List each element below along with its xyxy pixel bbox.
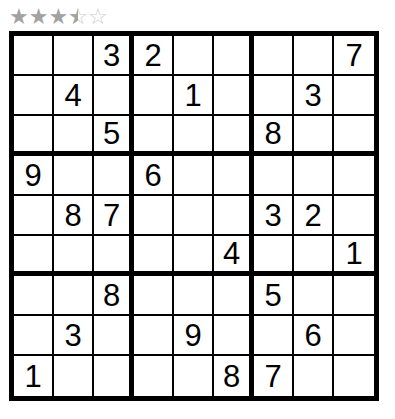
cell-r7c8[interactable] bbox=[294, 276, 334, 316]
cell-r5c4[interactable] bbox=[134, 196, 174, 236]
cell-r4c2[interactable] bbox=[54, 156, 94, 196]
cell-r4c4[interactable]: 6 bbox=[134, 156, 174, 196]
cell-r2c3[interactable] bbox=[94, 76, 134, 116]
cell-r3c5[interactable] bbox=[174, 116, 214, 156]
cell-r4c8[interactable] bbox=[294, 156, 334, 196]
cell-r3c3[interactable]: 5 bbox=[94, 116, 134, 156]
cell-r9c9[interactable] bbox=[334, 356, 374, 396]
star-full-icon: ★ bbox=[29, 5, 49, 28]
cell-r5c2[interactable]: 8 bbox=[54, 196, 94, 236]
cell-r9c4[interactable] bbox=[134, 356, 174, 396]
cell-r6c2[interactable] bbox=[54, 236, 94, 276]
cell-r2c8[interactable]: 3 bbox=[294, 76, 334, 116]
cell-r5c6[interactable] bbox=[214, 196, 254, 236]
cell-r1c8[interactable] bbox=[294, 36, 334, 76]
cell-r3c6[interactable] bbox=[214, 116, 254, 156]
cell-r1c6[interactable] bbox=[214, 36, 254, 76]
cell-r3c1[interactable] bbox=[14, 116, 54, 156]
cell-r9c6[interactable]: 8 bbox=[214, 356, 254, 396]
cell-r3c4[interactable] bbox=[134, 116, 174, 156]
cell-r5c7[interactable]: 3 bbox=[254, 196, 294, 236]
cell-r5c8[interactable]: 2 bbox=[294, 196, 334, 236]
cell-r7c7[interactable]: 5 bbox=[254, 276, 294, 316]
cell-r6c6[interactable]: 4 bbox=[214, 236, 254, 276]
sudoku-page: ★★★☆★☆ 327413589687324185396187 bbox=[0, 0, 395, 401]
cell-r2c5[interactable]: 1 bbox=[174, 76, 214, 116]
cell-r1c4[interactable]: 2 bbox=[134, 36, 174, 76]
cell-r6c7[interactable] bbox=[254, 236, 294, 276]
cell-r1c7[interactable] bbox=[254, 36, 294, 76]
cell-r9c8[interactable] bbox=[294, 356, 334, 396]
cell-r7c2[interactable] bbox=[54, 276, 94, 316]
cell-r4c6[interactable] bbox=[214, 156, 254, 196]
cell-r8c6[interactable] bbox=[214, 316, 254, 356]
cell-r2c9[interactable] bbox=[334, 76, 374, 116]
difficulty-rating: ★★★☆★☆ bbox=[9, 5, 395, 28]
cell-r6c4[interactable] bbox=[134, 236, 174, 276]
cell-r1c3[interactable]: 3 bbox=[94, 36, 134, 76]
sudoku-board: 327413589687324185396187 bbox=[9, 31, 379, 401]
cell-r7c1[interactable] bbox=[14, 276, 54, 316]
cell-r3c8[interactable] bbox=[294, 116, 334, 156]
cell-r2c2[interactable]: 4 bbox=[54, 76, 94, 116]
cell-r8c7[interactable] bbox=[254, 316, 294, 356]
cell-r8c3[interactable] bbox=[94, 316, 134, 356]
cell-r9c3[interactable] bbox=[94, 356, 134, 396]
cell-r8c8[interactable]: 6 bbox=[294, 316, 334, 356]
cell-r1c5[interactable] bbox=[174, 36, 214, 76]
cell-r7c5[interactable] bbox=[174, 276, 214, 316]
cell-r4c3[interactable] bbox=[94, 156, 134, 196]
cell-r2c4[interactable] bbox=[134, 76, 174, 116]
cell-r8c9[interactable] bbox=[334, 316, 374, 356]
cell-r2c6[interactable] bbox=[214, 76, 254, 116]
star-half-icon: ☆★ bbox=[68, 5, 88, 28]
cell-r3c7[interactable]: 8 bbox=[254, 116, 294, 156]
cell-r3c9[interactable] bbox=[334, 116, 374, 156]
cell-r7c9[interactable] bbox=[334, 276, 374, 316]
star-full-icon: ★ bbox=[9, 5, 29, 28]
cell-r6c1[interactable] bbox=[14, 236, 54, 276]
cell-r7c4[interactable] bbox=[134, 276, 174, 316]
cell-r6c5[interactable] bbox=[174, 236, 214, 276]
cell-r9c2[interactable] bbox=[54, 356, 94, 396]
cell-r6c8[interactable] bbox=[294, 236, 334, 276]
cell-r4c9[interactable] bbox=[334, 156, 374, 196]
cell-r1c2[interactable] bbox=[54, 36, 94, 76]
cell-r2c1[interactable] bbox=[14, 76, 54, 116]
cell-r2c7[interactable] bbox=[254, 76, 294, 116]
cell-r3c2[interactable] bbox=[54, 116, 94, 156]
cell-r1c1[interactable] bbox=[14, 36, 54, 76]
cell-r8c4[interactable] bbox=[134, 316, 174, 356]
cell-r5c1[interactable] bbox=[14, 196, 54, 236]
cell-r5c9[interactable] bbox=[334, 196, 374, 236]
cell-r8c1[interactable] bbox=[14, 316, 54, 356]
cell-r4c7[interactable] bbox=[254, 156, 294, 196]
cell-r6c3[interactable] bbox=[94, 236, 134, 276]
cell-r1c9[interactable]: 7 bbox=[334, 36, 374, 76]
cell-r4c5[interactable] bbox=[174, 156, 214, 196]
cell-r6c9[interactable]: 1 bbox=[334, 236, 374, 276]
cell-r8c2[interactable]: 3 bbox=[54, 316, 94, 356]
cell-r4c1[interactable]: 9 bbox=[14, 156, 54, 196]
cell-r9c1[interactable]: 1 bbox=[14, 356, 54, 396]
cell-r5c5[interactable] bbox=[174, 196, 214, 236]
cell-r7c6[interactable] bbox=[214, 276, 254, 316]
cell-r5c3[interactable]: 7 bbox=[94, 196, 134, 236]
star-empty-icon: ☆ bbox=[88, 5, 108, 28]
star-full-icon: ★ bbox=[48, 5, 68, 28]
cell-r9c5[interactable] bbox=[174, 356, 214, 396]
cell-r9c7[interactable]: 7 bbox=[254, 356, 294, 396]
cell-r7c3[interactable]: 8 bbox=[94, 276, 134, 316]
cell-r8c5[interactable]: 9 bbox=[174, 316, 214, 356]
